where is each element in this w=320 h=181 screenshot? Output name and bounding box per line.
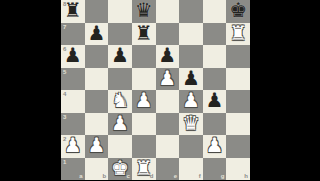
file-label-f: f xyxy=(199,173,201,179)
square-g1[interactable]: g xyxy=(203,158,227,181)
piece-black-pawn[interactable]: ♟ xyxy=(158,45,176,65)
piece-white-pawn[interactable]: ♟ xyxy=(64,135,82,155)
file-label-a: a xyxy=(79,173,82,179)
square-g4[interactable]: ♟ xyxy=(203,90,227,113)
piece-white-rook[interactable]: ♜ xyxy=(229,23,247,43)
square-f2[interactable] xyxy=(179,135,203,158)
square-g8[interactable] xyxy=(203,0,227,23)
piece-white-pawn[interactable]: ♟ xyxy=(182,90,200,110)
chess-board: 8♜♛♚7♟♜♜6♟♟♟5♟♟4♞♟♟♟3♟♛2♟♟♟1abc♚d♜efgh xyxy=(61,0,250,180)
square-g7[interactable] xyxy=(203,23,227,46)
square-g5[interactable] xyxy=(203,68,227,91)
square-d7[interactable]: ♜ xyxy=(132,23,156,46)
square-b6[interactable] xyxy=(85,45,109,68)
rank-label-3: 3 xyxy=(63,114,66,120)
piece-white-king[interactable]: ♚ xyxy=(111,158,129,178)
square-b1[interactable]: b xyxy=(85,158,109,181)
square-c3[interactable]: ♟ xyxy=(108,113,132,136)
piece-white-rook[interactable]: ♜ xyxy=(135,158,153,178)
piece-white-pawn[interactable]: ♟ xyxy=(206,135,224,155)
square-e2[interactable] xyxy=(156,135,180,158)
square-a7[interactable]: 7 xyxy=(61,23,85,46)
square-e5[interactable]: ♟ xyxy=(156,68,180,91)
square-d3[interactable] xyxy=(132,113,156,136)
square-d1[interactable]: d♜ xyxy=(132,158,156,181)
square-f3[interactable]: ♛ xyxy=(179,113,203,136)
square-c4[interactable]: ♞ xyxy=(108,90,132,113)
square-e7[interactable] xyxy=(156,23,180,46)
piece-black-pawn[interactable]: ♟ xyxy=(111,45,129,65)
square-e8[interactable] xyxy=(156,0,180,23)
square-c7[interactable] xyxy=(108,23,132,46)
piece-black-rook[interactable]: ♜ xyxy=(135,23,153,43)
file-label-g: g xyxy=(221,173,225,179)
piece-black-rook[interactable]: ♜ xyxy=(64,0,82,20)
square-h8[interactable]: ♚ xyxy=(226,0,250,23)
square-h3[interactable] xyxy=(226,113,250,136)
rank-label-5: 5 xyxy=(63,69,66,75)
square-b2[interactable]: ♟ xyxy=(85,135,109,158)
square-h1[interactable]: h xyxy=(226,158,250,181)
square-e3[interactable] xyxy=(156,113,180,136)
square-c2[interactable] xyxy=(108,135,132,158)
square-f8[interactable] xyxy=(179,0,203,23)
square-e6[interactable]: ♟ xyxy=(156,45,180,68)
square-h6[interactable] xyxy=(226,45,250,68)
piece-white-pawn[interactable]: ♟ xyxy=(135,90,153,110)
square-d5[interactable] xyxy=(132,68,156,91)
square-a4[interactable]: 4 xyxy=(61,90,85,113)
square-c6[interactable]: ♟ xyxy=(108,45,132,68)
square-a6[interactable]: 6♟ xyxy=(61,45,85,68)
square-d4[interactable]: ♟ xyxy=(132,90,156,113)
square-c5[interactable] xyxy=(108,68,132,91)
square-f1[interactable]: f xyxy=(179,158,203,181)
square-f7[interactable] xyxy=(179,23,203,46)
square-g2[interactable]: ♟ xyxy=(203,135,227,158)
piece-black-king[interactable]: ♚ xyxy=(229,0,247,20)
piece-white-queen[interactable]: ♛ xyxy=(182,113,200,133)
square-a8[interactable]: 8♜ xyxy=(61,0,85,23)
rank-label-4: 4 xyxy=(63,91,66,97)
piece-black-queen[interactable]: ♛ xyxy=(135,0,153,20)
square-b8[interactable] xyxy=(85,0,109,23)
square-b5[interactable] xyxy=(85,68,109,91)
square-g6[interactable] xyxy=(203,45,227,68)
square-d6[interactable] xyxy=(132,45,156,68)
square-f5[interactable]: ♟ xyxy=(179,68,203,91)
rank-label-1: 1 xyxy=(63,159,66,165)
square-b4[interactable] xyxy=(85,90,109,113)
rank-label-7: 7 xyxy=(63,24,66,30)
square-a5[interactable]: 5 xyxy=(61,68,85,91)
piece-white-knight[interactable]: ♞ xyxy=(111,90,129,110)
left-letterbox xyxy=(0,0,61,180)
square-h5[interactable] xyxy=(226,68,250,91)
square-a2[interactable]: 2♟ xyxy=(61,135,85,158)
square-h7[interactable]: ♜ xyxy=(226,23,250,46)
file-label-b: b xyxy=(103,173,107,179)
square-c8[interactable] xyxy=(108,0,132,23)
square-b3[interactable] xyxy=(85,113,109,136)
square-e4[interactable] xyxy=(156,90,180,113)
piece-black-pawn[interactable]: ♟ xyxy=(87,23,105,43)
piece-black-pawn[interactable]: ♟ xyxy=(206,90,224,110)
file-label-h: h xyxy=(244,173,248,179)
square-h4[interactable] xyxy=(226,90,250,113)
piece-black-pawn[interactable]: ♟ xyxy=(182,68,200,88)
square-h2[interactable] xyxy=(226,135,250,158)
piece-white-pawn[interactable]: ♟ xyxy=(87,135,105,155)
square-a1[interactable]: 1a xyxy=(61,158,85,181)
square-a3[interactable]: 3 xyxy=(61,113,85,136)
piece-white-pawn[interactable]: ♟ xyxy=(158,68,176,88)
square-g3[interactable] xyxy=(203,113,227,136)
square-d8[interactable]: ♛ xyxy=(132,0,156,23)
piece-black-pawn[interactable]: ♟ xyxy=(64,45,82,65)
piece-white-pawn[interactable]: ♟ xyxy=(111,113,129,133)
file-label-e: e xyxy=(174,173,177,179)
square-e1[interactable]: e xyxy=(156,158,180,181)
square-d2[interactable] xyxy=(132,135,156,158)
square-b7[interactable]: ♟ xyxy=(85,23,109,46)
square-f4[interactable]: ♟ xyxy=(179,90,203,113)
right-letterbox xyxy=(250,0,320,180)
square-c1[interactable]: c♚ xyxy=(108,158,132,181)
square-f6[interactable] xyxy=(179,45,203,68)
